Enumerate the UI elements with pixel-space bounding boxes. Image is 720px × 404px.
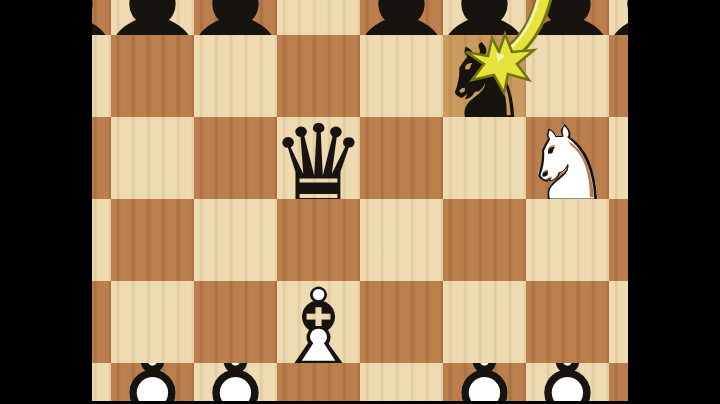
black-pawn-g7[interactable]: ♟ [526, 0, 609, 35]
square-f3[interactable] [443, 281, 526, 363]
square-b3[interactable] [111, 281, 194, 363]
square-b2[interactable]: ♟♙ [111, 363, 194, 404]
square-d6[interactable] [277, 35, 360, 117]
square-g6[interactable] [526, 35, 609, 117]
black-pawn-glyph: ♟ [443, 0, 526, 35]
white-pawn-b2[interactable]: ♟♙ [111, 363, 194, 404]
square-f6[interactable]: ♞ [443, 35, 526, 117]
square-g5[interactable]: ♞♘ [526, 117, 609, 199]
square-c3[interactable] [194, 281, 277, 363]
white-pawn-c2[interactable]: ♟♙ [194, 363, 277, 404]
square-d3[interactable]: ♝♗ [277, 281, 360, 363]
black-pawn-f7[interactable]: ♟ [443, 0, 526, 35]
square-d7[interactable] [277, 0, 360, 35]
square-b4[interactable] [111, 199, 194, 281]
black-pawn-glyph: ♟ [111, 0, 194, 35]
square-f2[interactable]: ♟♙ [443, 363, 526, 404]
square-f4[interactable] [443, 199, 526, 281]
white-bishop-d3[interactable]: ♝♗ [277, 281, 360, 363]
square-d4[interactable] [277, 199, 360, 281]
square-c2[interactable]: ♟♙ [194, 363, 277, 404]
square-g3[interactable] [526, 281, 609, 363]
square-e3[interactable] [360, 281, 443, 363]
square-e2[interactable] [360, 363, 443, 404]
white-pawn-glyph: ♙ [443, 363, 526, 404]
black-queen-glyph: ♛ [277, 117, 360, 199]
black-pawn-b7[interactable]: ♟ [111, 0, 194, 35]
square-e5[interactable] [360, 117, 443, 199]
square-e7[interactable]: ♟ [360, 0, 443, 35]
square-c7[interactable]: ♟ [194, 0, 277, 35]
white-pawn-g2[interactable]: ♟♙ [526, 363, 609, 404]
black-knight-glyph: ♞ [443, 35, 526, 117]
pillarbox-bar-left [0, 0, 92, 404]
white-pawn-glyph: ♙ [194, 363, 277, 404]
black-pawn-e7[interactable]: ♟ [360, 0, 443, 35]
square-b6[interactable] [111, 35, 194, 117]
chess-board: ♟♟♟♟♟♟♟♞♛♞♘♝♗♟♙♟♙♟♙♟♙ [28, 0, 692, 404]
square-c5[interactable] [194, 117, 277, 199]
black-queen-d5[interactable]: ♛ [277, 117, 360, 199]
square-g7[interactable]: ♟ [526, 0, 609, 35]
square-d5[interactable]: ♛ [277, 117, 360, 199]
square-b7[interactable]: ♟ [111, 0, 194, 35]
square-f7[interactable]: ♟ [443, 0, 526, 35]
square-e6[interactable] [360, 35, 443, 117]
square-g2[interactable]: ♟♙ [526, 363, 609, 404]
black-pawn-c7[interactable]: ♟ [194, 0, 277, 35]
square-d2[interactable] [277, 363, 360, 404]
square-c4[interactable] [194, 199, 277, 281]
square-b5[interactable] [111, 117, 194, 199]
black-pawn-glyph: ♟ [360, 0, 443, 35]
square-e4[interactable] [360, 199, 443, 281]
white-bishop-glyph: ♗ [277, 281, 360, 363]
black-pawn-glyph: ♟ [194, 0, 277, 35]
square-c6[interactable] [194, 35, 277, 117]
white-knight-glyph: ♘ [526, 117, 609, 199]
pillarbox-bar-right [628, 0, 720, 404]
video-frame: ♟♟♟♟♟♟♟♞♛♞♘♝♗♟♙♟♙♟♙♟♙ [0, 0, 720, 404]
black-pawn-glyph: ♟ [526, 0, 609, 35]
white-knight-g5[interactable]: ♞♘ [526, 117, 609, 199]
square-f5[interactable] [443, 117, 526, 199]
white-pawn-glyph: ♙ [526, 363, 609, 404]
square-g4[interactable] [526, 199, 609, 281]
black-knight-f6[interactable]: ♞ [443, 35, 526, 117]
white-pawn-glyph: ♙ [111, 363, 194, 404]
white-pawn-f2[interactable]: ♟♙ [443, 363, 526, 404]
